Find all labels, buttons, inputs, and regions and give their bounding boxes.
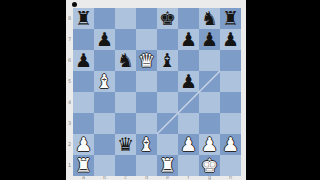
square-d5[interactable] (136, 71, 157, 92)
square-f2[interactable]: ♟ (178, 134, 199, 155)
square-f5[interactable]: ♟ (178, 71, 199, 92)
chessboard: ♜♚♞♜♟♟♟♟♟♞♛♝♝♟♟♛♝♟♟♟♜♜♚ (73, 8, 241, 176)
square-e7[interactable] (157, 29, 178, 50)
square-a6[interactable]: ♟ (73, 50, 94, 71)
square-g4[interactable] (199, 92, 220, 113)
square-c7[interactable] (115, 29, 136, 50)
black-pawn: ♟ (180, 29, 197, 50)
white-pawn: ♟ (75, 134, 92, 155)
square-e1[interactable]: ♜ (157, 155, 178, 176)
square-e2[interactable] (157, 134, 178, 155)
square-a1[interactable]: ♜ (73, 155, 94, 176)
rank-label-3: 3 (66, 113, 73, 134)
white-pawn: ♟ (180, 134, 197, 155)
square-a7[interactable] (73, 29, 94, 50)
black-knight: ♞ (117, 50, 134, 71)
square-a8[interactable]: ♜ (73, 8, 94, 29)
square-d6[interactable]: ♛ (136, 50, 157, 71)
black-bishop: ♝ (159, 50, 176, 71)
square-h7[interactable]: ♟ (220, 29, 241, 50)
square-f6[interactable] (178, 50, 199, 71)
white-rook: ♜ (159, 155, 176, 176)
rank-label-1: 1 (66, 155, 73, 176)
white-rook: ♜ (75, 155, 92, 176)
black-pawn: ♟ (222, 29, 239, 50)
square-f3[interactable] (178, 113, 199, 134)
square-h8[interactable]: ♜ (220, 8, 241, 29)
white-pawn: ♟ (222, 134, 239, 155)
square-f4[interactable] (178, 92, 199, 113)
white-queen: ♛ (138, 50, 155, 71)
square-g3[interactable] (199, 113, 220, 134)
square-b7[interactable]: ♟ (94, 29, 115, 50)
square-d8[interactable] (136, 8, 157, 29)
chessboard-frame: 87654321 abcdefgh ♜♚♞♜♟♟♟♟♟♞♛♝♝♟♟♛♝♟♟♟♜♜… (66, 0, 246, 180)
square-g8[interactable]: ♞ (199, 8, 220, 29)
rank-label-6: 6 (66, 50, 73, 71)
black-pawn: ♟ (180, 71, 197, 92)
square-f7[interactable]: ♟ (178, 29, 199, 50)
white-pawn: ♟ (201, 134, 218, 155)
square-d4[interactable] (136, 92, 157, 113)
square-c8[interactable] (115, 8, 136, 29)
rank-label-7: 7 (66, 29, 73, 50)
square-b6[interactable] (94, 50, 115, 71)
square-e4[interactable] (157, 92, 178, 113)
square-h2[interactable]: ♟ (220, 134, 241, 155)
square-a4[interactable] (73, 92, 94, 113)
white-king: ♚ (201, 155, 218, 176)
rank-label-5: 5 (66, 71, 73, 92)
black-pawn: ♟ (75, 50, 92, 71)
square-g5[interactable] (199, 71, 220, 92)
square-d2[interactable]: ♝ (136, 134, 157, 155)
rank-label-8: 8 (66, 8, 73, 29)
rank-label-4: 4 (66, 92, 73, 113)
square-e8[interactable]: ♚ (157, 8, 178, 29)
square-a2[interactable]: ♟ (73, 134, 94, 155)
square-h5[interactable] (220, 71, 241, 92)
square-b2[interactable] (94, 134, 115, 155)
square-g1[interactable]: ♚ (199, 155, 220, 176)
square-g2[interactable]: ♟ (199, 134, 220, 155)
square-g6[interactable] (199, 50, 220, 71)
white-bishop: ♝ (138, 134, 155, 155)
square-h4[interactable] (220, 92, 241, 113)
square-e3[interactable] (157, 113, 178, 134)
black-king: ♚ (159, 8, 176, 29)
black-knight: ♞ (201, 8, 218, 29)
square-c1[interactable] (115, 155, 136, 176)
square-a3[interactable] (73, 113, 94, 134)
rank-label-2: 2 (66, 134, 73, 155)
black-rook: ♜ (222, 8, 239, 29)
square-e5[interactable] (157, 71, 178, 92)
square-f1[interactable] (178, 155, 199, 176)
square-c2[interactable]: ♛ (115, 134, 136, 155)
square-h3[interactable] (220, 113, 241, 134)
square-a5[interactable] (73, 71, 94, 92)
square-b8[interactable] (94, 8, 115, 29)
black-queen: ♛ (117, 134, 134, 155)
square-d7[interactable] (136, 29, 157, 50)
black-pawn: ♟ (201, 29, 218, 50)
square-h6[interactable] (220, 50, 241, 71)
letterbox-left (0, 0, 66, 180)
black-pawn: ♟ (96, 29, 113, 50)
black-rook: ♜ (75, 8, 92, 29)
square-b5[interactable]: ♝ (94, 71, 115, 92)
letterbox-right (246, 0, 320, 180)
square-d1[interactable] (136, 155, 157, 176)
white-bishop: ♝ (96, 71, 113, 92)
square-c3[interactable] (115, 113, 136, 134)
square-d3[interactable] (136, 113, 157, 134)
square-h1[interactable] (220, 155, 241, 176)
square-g7[interactable]: ♟ (199, 29, 220, 50)
square-c6[interactable]: ♞ (115, 50, 136, 71)
square-b4[interactable] (94, 92, 115, 113)
square-b3[interactable] (94, 113, 115, 134)
square-e6[interactable]: ♝ (157, 50, 178, 71)
square-b1[interactable] (94, 155, 115, 176)
square-f8[interactable] (178, 8, 199, 29)
square-c4[interactable] (115, 92, 136, 113)
square-c5[interactable] (115, 71, 136, 92)
